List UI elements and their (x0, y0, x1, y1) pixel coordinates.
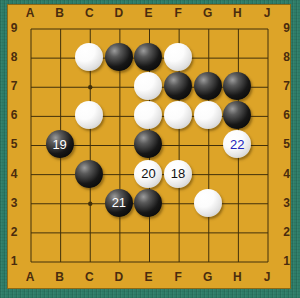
intersection-B2[interactable] (45, 217, 75, 246)
intersection-B6[interactable] (45, 101, 75, 130)
intersection-C7[interactable] (74, 72, 104, 101)
white-stone-C6 (75, 101, 103, 129)
intersection-J1[interactable] (252, 246, 282, 275)
black-stone-H7 (223, 72, 251, 100)
white-stone-E7 (134, 72, 162, 100)
intersection-B4[interactable] (45, 159, 75, 188)
white-stone-E4: 20 (134, 160, 162, 188)
intersection-E6[interactable] (134, 101, 164, 130)
intersection-J7[interactable] (252, 72, 282, 101)
points-grid: 1922201821 (15, 13, 282, 275)
intersection-C3[interactable] (74, 188, 104, 217)
intersection-E9[interactable] (134, 13, 164, 42)
intersection-J6[interactable] (252, 101, 282, 130)
black-stone-H6 (223, 101, 251, 129)
intersection-C8[interactable] (74, 43, 104, 72)
intersection-G7[interactable] (193, 72, 223, 101)
move-number-label: 20 (141, 167, 155, 180)
intersection-D1[interactable] (104, 246, 134, 275)
intersection-C4[interactable] (74, 159, 104, 188)
intersection-A6[interactable] (15, 101, 45, 130)
intersection-D9[interactable] (104, 13, 134, 42)
intersection-B1[interactable] (45, 246, 75, 275)
intersection-F6[interactable] (163, 101, 193, 130)
intersection-J2[interactable] (252, 217, 282, 246)
black-stone-E5 (134, 130, 162, 158)
intersection-G9[interactable] (193, 13, 223, 42)
intersection-A5[interactable] (15, 130, 45, 159)
black-stone-E3 (134, 189, 162, 217)
intersection-F9[interactable] (163, 13, 193, 42)
intersection-E2[interactable] (134, 217, 164, 246)
intersection-G2[interactable] (193, 217, 223, 246)
white-stone-F8 (164, 43, 192, 71)
intersection-F1[interactable] (163, 246, 193, 275)
intersection-E4[interactable]: 20 (134, 159, 164, 188)
intersection-G6[interactable] (193, 101, 223, 130)
intersection-C6[interactable] (74, 101, 104, 130)
intersection-H9[interactable] (223, 13, 253, 42)
intersection-A2[interactable] (15, 217, 45, 246)
black-stone-E8 (134, 43, 162, 71)
intersection-H8[interactable] (223, 43, 253, 72)
black-stone-D3: 21 (105, 189, 133, 217)
move-number-label: 22 (230, 138, 244, 151)
move-number-label: 21 (112, 196, 126, 209)
intersection-C9[interactable] (74, 13, 104, 42)
intersection-F4[interactable]: 18 (163, 159, 193, 188)
intersection-H4[interactable] (223, 159, 253, 188)
intersection-A9[interactable] (15, 13, 45, 42)
move-number-label: 19 (52, 138, 66, 151)
intersection-J3[interactable] (252, 188, 282, 217)
white-stone-F6 (164, 101, 192, 129)
white-stone-H5: 22 (223, 130, 251, 158)
intersection-J5[interactable] (252, 130, 282, 159)
white-stone-C8 (75, 43, 103, 71)
intersection-B9[interactable] (45, 13, 75, 42)
intersection-F3[interactable] (163, 188, 193, 217)
intersection-A3[interactable] (15, 188, 45, 217)
intersection-B3[interactable] (45, 188, 75, 217)
black-stone-D8 (105, 43, 133, 71)
move-number-label: 18 (171, 167, 185, 180)
intersection-D8[interactable] (104, 43, 134, 72)
intersection-J8[interactable] (252, 43, 282, 72)
intersection-H3[interactable] (223, 188, 253, 217)
intersection-D3[interactable]: 21 (104, 188, 134, 217)
intersection-G5[interactable] (193, 130, 223, 159)
intersection-H6[interactable] (223, 101, 253, 130)
intersection-H1[interactable] (223, 246, 253, 275)
intersection-H7[interactable] (223, 72, 253, 101)
intersection-J9[interactable] (252, 13, 282, 42)
intersection-B7[interactable] (45, 72, 75, 101)
intersection-G8[interactable] (193, 43, 223, 72)
intersection-B5[interactable]: 19 (45, 130, 75, 159)
intersection-F5[interactable] (163, 130, 193, 159)
black-stone-G7 (194, 72, 222, 100)
intersection-G3[interactable] (193, 188, 223, 217)
intersection-F7[interactable] (163, 72, 193, 101)
intersection-E5[interactable] (134, 130, 164, 159)
white-stone-G3 (194, 189, 222, 217)
intersection-E1[interactable] (134, 246, 164, 275)
go-app-window: ABCDEFGHJ ABCDEFGHJ 987654321 987654321 … (0, 0, 300, 298)
intersection-B8[interactable] (45, 43, 75, 72)
intersection-F2[interactable] (163, 217, 193, 246)
intersection-E8[interactable] (134, 43, 164, 72)
white-stone-G6 (194, 101, 222, 129)
intersection-F8[interactable] (163, 43, 193, 72)
intersection-C1[interactable] (74, 246, 104, 275)
intersection-H2[interactable] (223, 217, 253, 246)
intersection-J4[interactable] (252, 159, 282, 188)
intersection-A8[interactable] (15, 43, 45, 72)
intersection-H5[interactable]: 22 (223, 130, 253, 159)
intersection-C5[interactable] (74, 130, 104, 159)
black-stone-C4 (75, 160, 103, 188)
black-stone-B5: 19 (46, 130, 74, 158)
white-stone-F4: 18 (164, 160, 192, 188)
intersection-D7[interactable] (104, 72, 134, 101)
intersection-D2[interactable] (104, 217, 134, 246)
intersection-A1[interactable] (15, 246, 45, 275)
intersection-E7[interactable] (134, 72, 164, 101)
intersection-G1[interactable] (193, 246, 223, 275)
intersection-E3[interactable] (134, 188, 164, 217)
white-stone-E6 (134, 101, 162, 129)
intersection-D5[interactable] (104, 130, 134, 159)
intersection-D6[interactable] (104, 101, 134, 130)
intersection-A7[interactable] (15, 72, 45, 101)
go-board: ABCDEFGHJ ABCDEFGHJ 987654321 987654321 … (7, 4, 291, 289)
intersection-A4[interactable] (15, 159, 45, 188)
intersection-C2[interactable] (74, 217, 104, 246)
black-stone-F7 (164, 72, 192, 100)
intersection-D4[interactable] (104, 159, 134, 188)
intersection-G4[interactable] (193, 159, 223, 188)
